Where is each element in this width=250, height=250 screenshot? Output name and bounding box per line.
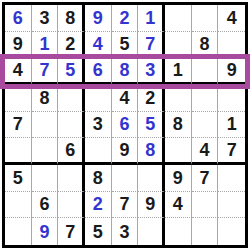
cell-r9c2[interactable]: 9 bbox=[32, 218, 59, 245]
cell-r3c5[interactable]: 8 bbox=[112, 58, 139, 85]
cell-r5c5[interactable]: 6 bbox=[112, 112, 139, 139]
cell-r4c4[interactable] bbox=[85, 85, 112, 112]
sudoku-app: 6389214912457847568319842736581698475897… bbox=[0, 0, 250, 250]
cell-r6c3[interactable]: 6 bbox=[58, 138, 85, 165]
cell-r5c3[interactable] bbox=[58, 112, 85, 139]
sudoku-board: 6389214912457847568319842736581698475897… bbox=[5, 5, 245, 245]
cell-r9c9[interactable] bbox=[218, 218, 245, 245]
cell-r6c7[interactable] bbox=[165, 138, 192, 165]
cell-r4c2[interactable]: 8 bbox=[32, 85, 59, 112]
cell-r5c6[interactable]: 5 bbox=[138, 112, 165, 139]
sudoku-board-frame: 6389214912457847568319842736581698475897… bbox=[2, 2, 248, 248]
cell-r3c3[interactable]: 5 bbox=[58, 58, 85, 85]
cell-r6c2[interactable] bbox=[32, 138, 59, 165]
cell-r9c3[interactable]: 7 bbox=[58, 218, 85, 245]
cell-r1c3[interactable]: 8 bbox=[58, 5, 85, 32]
cell-r8c6[interactable]: 9 bbox=[138, 192, 165, 219]
cell-r4c9[interactable] bbox=[218, 85, 245, 112]
cell-r1c1[interactable]: 6 bbox=[5, 5, 32, 32]
cell-r4c5[interactable]: 4 bbox=[112, 85, 139, 112]
cell-r7c5[interactable] bbox=[112, 165, 139, 192]
cell-r3c1[interactable]: 4 bbox=[5, 58, 32, 85]
cell-r2c8[interactable]: 8 bbox=[192, 32, 219, 59]
cell-r4c7[interactable] bbox=[165, 85, 192, 112]
cell-r7c3[interactable] bbox=[58, 165, 85, 192]
cell-r6c4[interactable] bbox=[85, 138, 112, 165]
cell-r6c8[interactable]: 4 bbox=[192, 138, 219, 165]
cell-r8c3[interactable] bbox=[58, 192, 85, 219]
cell-r4c8[interactable] bbox=[192, 85, 219, 112]
cell-r8c4[interactable]: 2 bbox=[85, 192, 112, 219]
cell-r8c2[interactable]: 6 bbox=[32, 192, 59, 219]
cell-r9c1[interactable] bbox=[5, 218, 32, 245]
cell-r8c1[interactable] bbox=[5, 192, 32, 219]
cell-r3c6[interactable]: 3 bbox=[138, 58, 165, 85]
cell-r5c9[interactable]: 1 bbox=[218, 112, 245, 139]
cell-r2c1[interactable]: 9 bbox=[5, 32, 32, 59]
cell-r7c2[interactable] bbox=[32, 165, 59, 192]
cell-r9c8[interactable] bbox=[192, 218, 219, 245]
cell-r8c8[interactable] bbox=[192, 192, 219, 219]
cell-r1c5[interactable]: 2 bbox=[112, 5, 139, 32]
cell-r1c6[interactable]: 1 bbox=[138, 5, 165, 32]
cell-r1c9[interactable]: 4 bbox=[218, 5, 245, 32]
cell-r3c8[interactable] bbox=[192, 58, 219, 85]
cell-r3c2[interactable]: 7 bbox=[32, 58, 59, 85]
cell-r6c1[interactable] bbox=[5, 138, 32, 165]
cell-r6c9[interactable]: 7 bbox=[218, 138, 245, 165]
cell-r7c9[interactable] bbox=[218, 165, 245, 192]
cell-r8c5[interactable]: 7 bbox=[112, 192, 139, 219]
cell-r1c4[interactable]: 9 bbox=[85, 5, 112, 32]
cell-r3c9[interactable]: 9 bbox=[218, 58, 245, 85]
cell-r4c1[interactable] bbox=[5, 85, 32, 112]
cell-r7c7[interactable]: 9 bbox=[165, 165, 192, 192]
cell-r7c6[interactable] bbox=[138, 165, 165, 192]
cell-r8c7[interactable]: 4 bbox=[165, 192, 192, 219]
cell-r6c6[interactable]: 8 bbox=[138, 138, 165, 165]
cell-r2c2[interactable]: 1 bbox=[32, 32, 59, 59]
cell-r1c2[interactable]: 3 bbox=[32, 5, 59, 32]
cell-r9c7[interactable] bbox=[165, 218, 192, 245]
cell-r2c9[interactable] bbox=[218, 32, 245, 59]
cell-r3c4[interactable]: 6 bbox=[85, 58, 112, 85]
cell-r2c3[interactable]: 2 bbox=[58, 32, 85, 59]
cell-r4c6[interactable]: 2 bbox=[138, 85, 165, 112]
cell-r5c1[interactable]: 7 bbox=[5, 112, 32, 139]
cell-r5c7[interactable]: 8 bbox=[165, 112, 192, 139]
cell-r5c2[interactable] bbox=[32, 112, 59, 139]
cell-r9c5[interactable]: 3 bbox=[112, 218, 139, 245]
cell-r2c7[interactable] bbox=[165, 32, 192, 59]
cell-r1c7[interactable] bbox=[165, 5, 192, 32]
cell-r7c8[interactable]: 7 bbox=[192, 165, 219, 192]
cell-r6c5[interactable]: 9 bbox=[112, 138, 139, 165]
cell-r9c4[interactable]: 5 bbox=[85, 218, 112, 245]
cell-r2c5[interactable]: 5 bbox=[112, 32, 139, 59]
cell-r5c8[interactable] bbox=[192, 112, 219, 139]
cell-r7c1[interactable]: 5 bbox=[5, 165, 32, 192]
cell-r3c7[interactable]: 1 bbox=[165, 58, 192, 85]
cell-r2c6[interactable]: 7 bbox=[138, 32, 165, 59]
cell-r9c6[interactable] bbox=[138, 218, 165, 245]
cell-r2c4[interactable]: 4 bbox=[85, 32, 112, 59]
cell-r8c9[interactable] bbox=[218, 192, 245, 219]
cell-r1c8[interactable] bbox=[192, 5, 219, 32]
cell-r4c3[interactable] bbox=[58, 85, 85, 112]
cell-r5c4[interactable]: 3 bbox=[85, 112, 112, 139]
cell-r7c4[interactable]: 8 bbox=[85, 165, 112, 192]
